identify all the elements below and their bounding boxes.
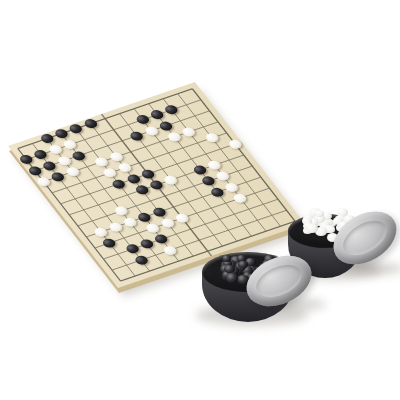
- black-pebble: [238, 261, 248, 269]
- white-pebble: [306, 224, 318, 233]
- black-pebble: [226, 273, 238, 282]
- go-set-product-photo: [0, 0, 400, 400]
- white-pebble: [327, 226, 336, 233]
